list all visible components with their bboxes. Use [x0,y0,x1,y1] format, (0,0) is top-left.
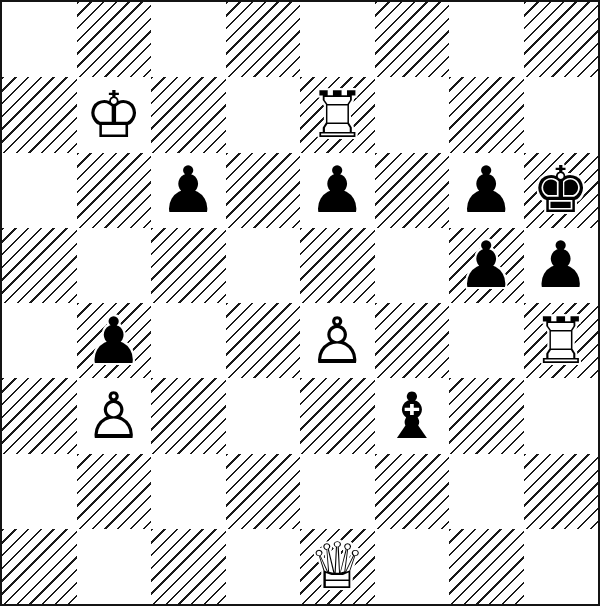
square-h3[interactable] [524,378,599,453]
square-a4[interactable] [2,303,77,378]
square-e1[interactable]: ♛♕ [300,529,375,604]
square-e8[interactable] [300,2,375,77]
square-a1[interactable] [2,529,77,604]
square-h8[interactable] [524,2,599,77]
square-g8[interactable] [449,2,524,77]
square-c7[interactable] [151,77,226,152]
square-b7[interactable]: ♚♔ [77,77,152,152]
square-h7[interactable] [524,77,599,152]
square-b2[interactable] [77,454,152,529]
square-b8[interactable] [77,2,152,77]
square-d4[interactable] [226,303,301,378]
black-bishop-icon: ♝ [375,378,450,453]
white-rook-icon: ♖ [524,303,599,378]
white-pawn-icon: ♙ [300,303,375,378]
square-f5[interactable] [375,228,450,303]
square-f6[interactable] [375,153,450,228]
square-g1[interactable] [449,529,524,604]
square-e3[interactable] [300,378,375,453]
square-b6[interactable] [77,153,152,228]
square-f7[interactable] [375,77,450,152]
black-pawn-icon: ♟ [449,228,524,303]
square-e5[interactable] [300,228,375,303]
black-pawn-icon: ♟ [151,153,226,228]
white-pawn-icon: ♙ [77,378,152,453]
square-b5[interactable] [77,228,152,303]
square-g2[interactable] [449,454,524,529]
square-d5[interactable] [226,228,301,303]
square-f2[interactable] [375,454,450,529]
white-rook-icon: ♖ [300,77,375,152]
square-g6[interactable]: ♟♟ [449,153,524,228]
square-c6[interactable]: ♟♟ [151,153,226,228]
square-a5[interactable] [2,228,77,303]
square-g5[interactable]: ♟♟ [449,228,524,303]
black-pawn-icon: ♟ [449,153,524,228]
square-e7[interactable]: ♜♖ [300,77,375,152]
square-a2[interactable] [2,454,77,529]
square-b4[interactable]: ♟♟ [77,303,152,378]
square-c3[interactable] [151,378,226,453]
square-f8[interactable] [375,2,450,77]
square-d2[interactable] [226,454,301,529]
white-queen-icon: ♕ [300,529,375,604]
black-pawn-icon: ♟ [524,228,599,303]
square-h1[interactable] [524,529,599,604]
square-c4[interactable] [151,303,226,378]
square-f3[interactable]: ♝♝ [375,378,450,453]
white-king-icon: ♔ [77,77,152,152]
square-e4[interactable]: ♟♙ [300,303,375,378]
square-c8[interactable] [151,2,226,77]
black-king-icon: ♚ [524,153,599,228]
square-g7[interactable] [449,77,524,152]
square-h2[interactable] [524,454,599,529]
square-g3[interactable] [449,378,524,453]
square-d8[interactable] [226,2,301,77]
square-f4[interactable] [375,303,450,378]
square-b1[interactable] [77,529,152,604]
square-a7[interactable] [2,77,77,152]
square-g4[interactable] [449,303,524,378]
square-a6[interactable] [2,153,77,228]
square-d7[interactable] [226,77,301,152]
square-d6[interactable] [226,153,301,228]
square-a8[interactable] [2,2,77,77]
square-h6[interactable]: ♚♚ [524,153,599,228]
square-b3[interactable]: ♟♙ [77,378,152,453]
square-c5[interactable] [151,228,226,303]
square-h4[interactable]: ♜♖ [524,303,599,378]
square-f1[interactable] [375,529,450,604]
chessboard: ♚♔♜♖♟♟♟♟♟♟♚♚♟♟♟♟♟♟♟♙♜♖♟♙♝♝♛♕ [0,0,600,606]
square-e2[interactable] [300,454,375,529]
black-pawn-icon: ♟ [300,153,375,228]
square-a3[interactable] [2,378,77,453]
square-c1[interactable] [151,529,226,604]
square-e6[interactable]: ♟♟ [300,153,375,228]
square-c2[interactable] [151,454,226,529]
square-d1[interactable] [226,529,301,604]
square-h5[interactable]: ♟♟ [524,228,599,303]
black-pawn-icon: ♟ [77,303,152,378]
square-d3[interactable] [226,378,301,453]
